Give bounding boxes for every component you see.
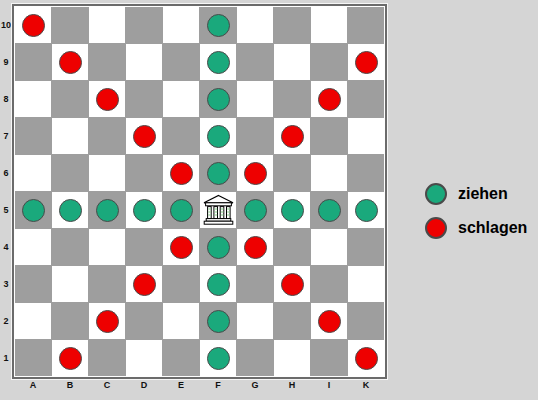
capture-marker: [355, 51, 378, 74]
square-d10[interactable]: [126, 7, 162, 43]
move-marker: [133, 199, 156, 222]
square-c4[interactable]: [89, 229, 125, 265]
legend-item-ziehen: ziehen: [425, 183, 527, 204]
file-label-i: I: [311, 379, 347, 392]
square-b6[interactable]: [52, 155, 88, 191]
file-label-g: G: [237, 379, 273, 392]
capture-marker: [318, 88, 341, 111]
square-g5[interactable]: [237, 192, 273, 228]
square-e4[interactable]: [163, 229, 199, 265]
capture-marker: [96, 88, 119, 111]
move-marker: [207, 88, 230, 111]
square-e2[interactable]: [163, 303, 199, 339]
square-e9[interactable]: [163, 44, 199, 80]
square-b3[interactable]: [52, 266, 88, 302]
file-label-h: H: [274, 379, 310, 392]
schlagen-marker-icon: [425, 217, 447, 239]
square-k5[interactable]: [348, 192, 384, 228]
square-f2[interactable]: [200, 303, 236, 339]
move-diagram-page: 10987654321 ABCDEFGHIK ziehenschlagen: [0, 0, 538, 400]
square-g10[interactable]: [237, 7, 273, 43]
move-marker: [207, 51, 230, 74]
square-e5[interactable]: [163, 192, 199, 228]
move-marker: [207, 236, 230, 259]
square-d6[interactable]: [126, 155, 162, 191]
file-label-f: F: [200, 379, 236, 392]
square-d8[interactable]: [126, 81, 162, 117]
square-g1[interactable]: [237, 340, 273, 376]
square-c2[interactable]: [89, 303, 125, 339]
square-i2[interactable]: [311, 303, 347, 339]
square-h10[interactable]: [274, 7, 310, 43]
square-a4[interactable]: [15, 229, 51, 265]
square-a2[interactable]: [15, 303, 51, 339]
rank-label-8: 8: [0, 81, 12, 117]
board-frame: [12, 4, 387, 379]
square-g7[interactable]: [237, 118, 273, 154]
square-c6[interactable]: [89, 155, 125, 191]
capture-marker: [244, 236, 267, 259]
square-e3[interactable]: [163, 266, 199, 302]
square-b7[interactable]: [52, 118, 88, 154]
square-g2[interactable]: [237, 303, 273, 339]
rank-label-4: 4: [0, 229, 12, 265]
square-g9[interactable]: [237, 44, 273, 80]
square-k6[interactable]: [348, 155, 384, 191]
move-marker: [207, 273, 230, 296]
square-g8[interactable]: [237, 81, 273, 117]
square-k8[interactable]: [348, 81, 384, 117]
capture-marker: [244, 162, 267, 185]
move-marker: [22, 199, 45, 222]
square-h5[interactable]: [274, 192, 310, 228]
square-c7[interactable]: [89, 118, 125, 154]
move-marker: [207, 347, 230, 370]
square-i5[interactable]: [311, 192, 347, 228]
rank-label-2: 2: [0, 303, 12, 339]
move-marker: [281, 199, 304, 222]
square-k1[interactable]: [348, 340, 384, 376]
square-i8[interactable]: [311, 81, 347, 117]
legend-label: schlagen: [458, 219, 527, 237]
rank-label-7: 7: [0, 118, 12, 154]
square-f9[interactable]: [200, 44, 236, 80]
square-i10[interactable]: [311, 7, 347, 43]
move-marker: [207, 14, 230, 37]
board-grid: [15, 7, 384, 376]
square-b4[interactable]: [52, 229, 88, 265]
temple-icon: [202, 194, 235, 227]
square-d9[interactable]: [126, 44, 162, 80]
square-e6[interactable]: [163, 155, 199, 191]
square-h7[interactable]: [274, 118, 310, 154]
legend-label: ziehen: [458, 185, 508, 203]
square-f1[interactable]: [200, 340, 236, 376]
square-b10[interactable]: [52, 7, 88, 43]
square-c3[interactable]: [89, 266, 125, 302]
square-g3[interactable]: [237, 266, 273, 302]
square-d2[interactable]: [126, 303, 162, 339]
square-g6[interactable]: [237, 155, 273, 191]
move-marker: [244, 199, 267, 222]
square-k7[interactable]: [348, 118, 384, 154]
square-d4[interactable]: [126, 229, 162, 265]
square-h2[interactable]: [274, 303, 310, 339]
square-k3[interactable]: [348, 266, 384, 302]
move-marker: [207, 310, 230, 333]
move-marker: [59, 199, 82, 222]
square-d7[interactable]: [126, 118, 162, 154]
square-b8[interactable]: [52, 81, 88, 117]
square-a1[interactable]: [15, 340, 51, 376]
square-i1[interactable]: [311, 340, 347, 376]
square-e7[interactable]: [163, 118, 199, 154]
capture-marker: [318, 310, 341, 333]
square-d5[interactable]: [126, 192, 162, 228]
capture-marker: [355, 347, 378, 370]
square-d3[interactable]: [126, 266, 162, 302]
square-f4[interactable]: [200, 229, 236, 265]
capture-marker: [133, 273, 156, 296]
capture-marker: [59, 347, 82, 370]
square-e1[interactable]: [163, 340, 199, 376]
move-marker: [355, 199, 378, 222]
square-a6[interactable]: [15, 155, 51, 191]
rank-label-6: 6: [0, 155, 12, 191]
square-a5[interactable]: [15, 192, 51, 228]
square-a9[interactable]: [15, 44, 51, 80]
square-h3[interactable]: [274, 266, 310, 302]
ziehen-marker-icon: [425, 183, 447, 205]
square-f3[interactable]: [200, 266, 236, 302]
capture-marker: [170, 162, 193, 185]
square-a10[interactable]: [15, 7, 51, 43]
legend-item-schlagen: schlagen: [425, 217, 527, 238]
move-marker: [207, 162, 230, 185]
square-b9[interactable]: [52, 44, 88, 80]
square-i4[interactable]: [311, 229, 347, 265]
square-c8[interactable]: [89, 81, 125, 117]
rank-label-10: 10: [0, 7, 12, 43]
square-f10[interactable]: [200, 7, 236, 43]
square-c1[interactable]: [89, 340, 125, 376]
square-e10[interactable]: [163, 7, 199, 43]
move-marker: [318, 199, 341, 222]
rank-label-5: 5: [0, 192, 12, 228]
square-f6[interactable]: [200, 155, 236, 191]
square-e8[interactable]: [163, 81, 199, 117]
square-h9[interactable]: [274, 44, 310, 80]
capture-marker: [170, 236, 193, 259]
file-label-d: D: [126, 379, 162, 392]
rank-label-9: 9: [0, 44, 12, 80]
square-a7[interactable]: [15, 118, 51, 154]
square-f7[interactable]: [200, 118, 236, 154]
square-h1[interactable]: [274, 340, 310, 376]
file-label-c: C: [89, 379, 125, 392]
legend: ziehenschlagen: [425, 183, 527, 251]
file-label-e: E: [163, 379, 199, 392]
square-a8[interactable]: [15, 81, 51, 117]
square-c10[interactable]: [89, 7, 125, 43]
square-h6[interactable]: [274, 155, 310, 191]
square-d1[interactable]: [126, 340, 162, 376]
square-k10[interactable]: [348, 7, 384, 43]
move-marker: [96, 199, 119, 222]
square-h4[interactable]: [274, 229, 310, 265]
square-k4[interactable]: [348, 229, 384, 265]
square-i3[interactable]: [311, 266, 347, 302]
square-h8[interactable]: [274, 81, 310, 117]
square-f8[interactable]: [200, 81, 236, 117]
capture-marker: [281, 125, 304, 148]
square-b1[interactable]: [52, 340, 88, 376]
rank-labels: 10987654321: [0, 7, 12, 376]
file-label-a: A: [15, 379, 51, 392]
file-label-b: B: [52, 379, 88, 392]
capture-marker: [133, 125, 156, 148]
square-b5[interactable]: [52, 192, 88, 228]
square-c5[interactable]: [89, 192, 125, 228]
rank-label-1: 1: [0, 340, 12, 376]
capture-marker: [22, 14, 45, 37]
square-i7[interactable]: [311, 118, 347, 154]
move-marker: [207, 125, 230, 148]
square-k9[interactable]: [348, 44, 384, 80]
capture-marker: [59, 51, 82, 74]
file-labels: ABCDEFGHIK: [15, 379, 384, 392]
square-k2[interactable]: [348, 303, 384, 339]
square-i9[interactable]: [311, 44, 347, 80]
square-b2[interactable]: [52, 303, 88, 339]
file-label-k: K: [348, 379, 384, 392]
square-i6[interactable]: [311, 155, 347, 191]
square-c9[interactable]: [89, 44, 125, 80]
square-a3[interactable]: [15, 266, 51, 302]
capture-marker: [96, 310, 119, 333]
square-g4[interactable]: [237, 229, 273, 265]
rank-label-3: 3: [0, 266, 12, 302]
move-marker: [170, 199, 193, 222]
capture-marker: [281, 273, 304, 296]
square-f5[interactable]: [200, 192, 236, 228]
